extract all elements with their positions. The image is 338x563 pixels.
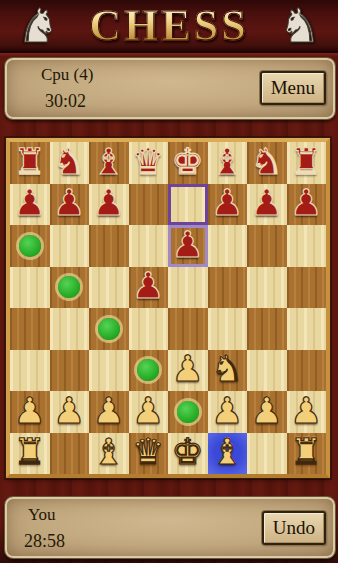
square-a1[interactable]: ♜ — [10, 433, 50, 475]
square-e2[interactable] — [168, 391, 208, 433]
square-d3[interactable] — [129, 350, 169, 392]
square-g3[interactable] — [247, 350, 287, 392]
player-clock: 28:58 — [24, 531, 65, 552]
square-a4[interactable] — [10, 308, 50, 350]
square-b1[interactable] — [50, 433, 90, 475]
undo-button[interactable]: Undo — [262, 511, 326, 545]
white-bishop: ♝ — [211, 434, 243, 470]
square-g1[interactable] — [247, 433, 287, 475]
square-f7[interactable]: ♟ — [208, 184, 248, 226]
square-c8[interactable]: ♝ — [89, 142, 129, 184]
square-d7[interactable] — [129, 184, 169, 226]
square-e4[interactable] — [168, 308, 208, 350]
player-panel: You 28:58 Undo — [4, 496, 336, 559]
square-d5[interactable]: ♟ — [129, 267, 169, 309]
square-a3[interactable] — [10, 350, 50, 392]
black-pawn: ♟ — [132, 268, 164, 304]
square-b2[interactable]: ♟ — [50, 391, 90, 433]
square-a6[interactable] — [10, 225, 50, 267]
black-pawn: ♟ — [14, 185, 46, 221]
black-pawn: ♟ — [251, 185, 283, 221]
title-banner: ♞ CHESS ♞ — [0, 0, 338, 53]
square-f1[interactable]: ♝ — [208, 433, 248, 475]
square-c5[interactable] — [89, 267, 129, 309]
square-a2[interactable]: ♟ — [10, 391, 50, 433]
white-knight: ♞ — [211, 351, 243, 387]
white-pawn: ♟ — [211, 393, 243, 429]
square-d8[interactable]: ♛ — [129, 142, 169, 184]
square-b3[interactable] — [50, 350, 90, 392]
square-e5[interactable] — [168, 267, 208, 309]
white-queen: ♛ — [132, 434, 164, 470]
square-c3[interactable] — [89, 350, 129, 392]
black-bishop: ♝ — [93, 144, 125, 180]
square-g2[interactable]: ♟ — [247, 391, 287, 433]
square-d2[interactable]: ♟ — [129, 391, 169, 433]
square-a5[interactable] — [10, 267, 50, 309]
black-knight: ♞ — [251, 144, 283, 180]
black-bishop: ♝ — [211, 144, 243, 180]
black-pawn: ♟ — [211, 185, 243, 221]
white-pawn: ♟ — [172, 351, 204, 387]
square-b6[interactable] — [50, 225, 90, 267]
square-g5[interactable] — [247, 267, 287, 309]
black-rook: ♜ — [14, 144, 46, 180]
square-h2[interactable]: ♟ — [287, 391, 327, 433]
square-e8[interactable]: ♚ — [168, 142, 208, 184]
square-d1[interactable]: ♛ — [129, 433, 169, 475]
player-name: You — [28, 505, 56, 525]
square-f3[interactable]: ♞ — [208, 350, 248, 392]
square-b5[interactable] — [50, 267, 90, 309]
square-g8[interactable]: ♞ — [247, 142, 287, 184]
square-d6[interactable] — [129, 225, 169, 267]
legal-move-dot — [137, 359, 159, 381]
square-h4[interactable] — [287, 308, 327, 350]
opponent-clock: 30:02 — [45, 91, 86, 112]
square-h5[interactable] — [287, 267, 327, 309]
square-f5[interactable] — [208, 267, 248, 309]
black-pawn: ♟ — [172, 227, 204, 263]
square-b7[interactable]: ♟ — [50, 184, 90, 226]
black-pawn: ♟ — [93, 185, 125, 221]
menu-button[interactable]: Menu — [260, 71, 326, 105]
square-f8[interactable]: ♝ — [208, 142, 248, 184]
white-rook: ♜ — [14, 434, 46, 470]
square-h7[interactable]: ♟ — [287, 184, 327, 226]
square-f2[interactable]: ♟ — [208, 391, 248, 433]
black-pawn: ♟ — [53, 185, 85, 221]
knight-icon: ♞ — [279, 0, 321, 51]
square-h1[interactable]: ♜ — [287, 433, 327, 475]
black-knight: ♞ — [53, 144, 85, 180]
square-e6[interactable]: ♟ — [168, 225, 208, 267]
square-c2[interactable]: ♟ — [89, 391, 129, 433]
square-b4[interactable] — [50, 308, 90, 350]
legal-move-dot — [177, 401, 199, 423]
square-c1[interactable]: ♝ — [89, 433, 129, 475]
square-h3[interactable] — [287, 350, 327, 392]
white-pawn: ♟ — [93, 393, 125, 429]
white-pawn: ♟ — [251, 393, 283, 429]
square-f4[interactable] — [208, 308, 248, 350]
black-pawn: ♟ — [290, 185, 322, 221]
square-c4[interactable] — [89, 308, 129, 350]
square-h8[interactable]: ♜ — [287, 142, 327, 184]
black-king: ♚ — [172, 144, 204, 180]
legal-move-dot — [58, 276, 80, 298]
square-h6[interactable] — [287, 225, 327, 267]
square-e7[interactable] — [168, 184, 208, 226]
legal-move-dot — [19, 235, 41, 257]
square-c6[interactable] — [89, 225, 129, 267]
square-d4[interactable] — [129, 308, 169, 350]
square-b8[interactable]: ♞ — [50, 142, 90, 184]
white-pawn: ♟ — [132, 393, 164, 429]
white-rook: ♜ — [290, 434, 322, 470]
square-e3[interactable]: ♟ — [168, 350, 208, 392]
chess-board[interactable]: ♜♞♝♛♚♝♞♜♟♟♟♟♟♟♟♟♟♞♟♟♟♟♟♟♟♜♝♛♚♝♜ — [6, 138, 330, 478]
white-king: ♚ — [172, 434, 204, 470]
square-g4[interactable] — [247, 308, 287, 350]
white-pawn: ♟ — [290, 393, 322, 429]
square-a8[interactable]: ♜ — [10, 142, 50, 184]
white-pawn: ♟ — [14, 393, 46, 429]
square-e1[interactable]: ♚ — [168, 433, 208, 475]
square-a7[interactable]: ♟ — [10, 184, 50, 226]
opponent-name: Cpu (4) — [41, 65, 93, 85]
white-pawn: ♟ — [53, 393, 85, 429]
square-c7[interactable]: ♟ — [89, 184, 129, 226]
legal-move-dot — [98, 318, 120, 340]
square-f6[interactable] — [208, 225, 248, 267]
white-bishop: ♝ — [93, 434, 125, 470]
black-queen: ♛ — [132, 144, 164, 180]
square-g7[interactable]: ♟ — [247, 184, 287, 226]
opponent-panel: Cpu (4) 30:02 Menu — [4, 57, 336, 120]
square-g6[interactable] — [247, 225, 287, 267]
black-rook: ♜ — [290, 144, 322, 180]
